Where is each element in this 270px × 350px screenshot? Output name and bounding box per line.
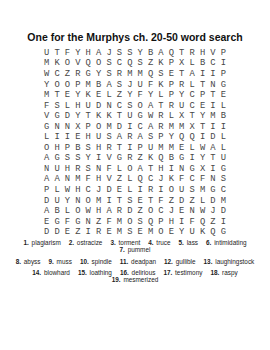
word-number: 15. [78, 269, 87, 276]
grid-cell: S [125, 227, 135, 238]
grid-cell: Z [93, 217, 103, 228]
grid-cell: M [93, 196, 103, 207]
grid-cell: D [62, 111, 72, 122]
grid-cell: B [166, 153, 176, 164]
grid-cell: D [177, 196, 187, 207]
grid-cell: Y [83, 153, 93, 164]
grid-cell: B [73, 143, 83, 154]
grid-cell: G [135, 111, 145, 122]
grid-cell: I [62, 132, 72, 143]
word-text: deadpan [129, 258, 156, 265]
grid-cell: L [218, 132, 228, 143]
grid-cell: H [93, 143, 103, 154]
word-list-item: 10. spindle [80, 258, 112, 265]
grid-cell: L [187, 143, 197, 154]
grid-cell: X [197, 164, 207, 175]
word-list-item: 3. torment [110, 239, 140, 246]
grid-cell: E [93, 90, 103, 101]
grid-cell: G [52, 111, 62, 122]
grid-cell: E [218, 90, 228, 101]
grid-cell: N [52, 122, 62, 133]
grid-cell: A [156, 48, 166, 59]
grid-cell: C [208, 59, 218, 70]
word-list-line: 8. abyss9. muss10. spindle11. deadpan12.… [8, 258, 262, 265]
grid-cell: F [145, 80, 155, 91]
grid-cell: B [93, 80, 103, 91]
word-text: plagiarism [30, 239, 61, 246]
grid-cell: C [187, 90, 197, 101]
word-number: 16. [120, 269, 129, 276]
grid-cell: J [93, 185, 103, 196]
grid-cell: J [166, 206, 176, 217]
grid-cell: S [114, 80, 124, 91]
grid-cell: S [125, 101, 135, 112]
word-text: lass [185, 239, 198, 246]
grid-cell: E [135, 227, 145, 238]
grid-cell: O [62, 59, 72, 70]
grid-cell: Z [166, 196, 176, 207]
grid-cell: H [73, 101, 83, 112]
grid-cell: K [156, 80, 166, 91]
word-list-item: 14. blowhard [32, 269, 70, 276]
grid-cell: S [83, 164, 93, 175]
word-list-item: 4. truce [148, 239, 170, 246]
grid-cell: E [166, 227, 176, 238]
grid-cell: E [104, 227, 114, 238]
grid-cell: J [104, 48, 114, 59]
grid-cell: C [135, 122, 145, 133]
word-text: testimony [173, 269, 202, 276]
grid-cell: H [197, 48, 207, 59]
grid-cell: T [114, 143, 124, 154]
grid-cell: I [93, 153, 103, 164]
grid-cell: Y [73, 48, 83, 59]
word-number: 19. [112, 276, 121, 283]
word-number: 8. [16, 258, 21, 265]
grid-cell: V [104, 175, 114, 186]
grid-cell: F [41, 101, 51, 112]
grid-cell: A [187, 69, 197, 80]
grid-cell: Q [187, 132, 197, 143]
grid-cell: Z [73, 227, 83, 238]
grid-cell: Z [135, 206, 145, 217]
grid-cell: O [145, 206, 155, 217]
grid-cell: P [83, 122, 93, 133]
grid-cell: J [156, 175, 166, 186]
grid-cell: H [73, 185, 83, 196]
grid-cell: X [187, 122, 197, 133]
grid-cell: P [135, 143, 145, 154]
grid-cell: F [156, 196, 166, 207]
grid-cell: K [145, 153, 155, 164]
word-number: 1. [23, 239, 28, 246]
grid-cell: A [41, 153, 51, 164]
grid-cell: M [197, 185, 207, 196]
grid-cell: I [187, 153, 197, 164]
grid-cell: V [104, 153, 114, 164]
grid-cell: A [41, 175, 51, 186]
grid-cell: R [73, 69, 83, 80]
grid-cell: O [166, 185, 176, 196]
grid-cell: K [166, 175, 176, 186]
grid-cell: W [197, 143, 207, 154]
grid-cell: R [177, 80, 187, 91]
grid-cell: O [135, 101, 145, 112]
grid-cell: T [187, 111, 197, 122]
grid-cell: X [177, 59, 187, 70]
grid-cell: L [62, 206, 72, 217]
grid-cell: I [208, 164, 218, 175]
grid-cell: U [52, 164, 62, 175]
grid-cell: Y [41, 80, 51, 91]
word-text: torment [117, 239, 140, 246]
grid-cell: X [73, 122, 83, 133]
grid-cell: Z [208, 217, 218, 228]
grid-cell: J [208, 206, 218, 217]
word-number: 11. [120, 258, 129, 265]
grid-cell: F [197, 175, 207, 186]
grid-cell: R [145, 185, 155, 196]
grid-cell: P [197, 90, 207, 101]
grid-cell: S [145, 132, 155, 143]
grid-cell: B [197, 59, 207, 70]
grid-cell: Y [166, 132, 176, 143]
word-text: gullible [174, 258, 196, 265]
grid-cell: R [93, 227, 103, 238]
grid-cell: W [145, 111, 155, 122]
grid-cell: D [208, 196, 218, 207]
grid-cell: O [83, 196, 93, 207]
grid-cell: T [177, 69, 187, 80]
grid-cell: E [177, 143, 187, 154]
grid-cell: S [83, 143, 93, 154]
grid-cell: V [41, 111, 51, 122]
grid-cell: M [177, 122, 187, 133]
grid-cell: C [114, 101, 124, 112]
word-list-item: 13. laughingstock [204, 258, 255, 265]
grid-cell: P [166, 90, 176, 101]
grid-cell: N [104, 101, 114, 112]
grid-cell: E [73, 132, 83, 143]
grid-cell: M [145, 227, 155, 238]
grid-cell: M [156, 143, 166, 154]
grid-cell: P [218, 69, 228, 80]
grid-cell: S [104, 132, 114, 143]
word-list-item: 15. loathing [78, 269, 112, 276]
grid-cell: Q [125, 59, 135, 70]
grid-cell: T [197, 122, 207, 133]
grid-cell: E [41, 217, 51, 228]
grid-cell: F [62, 48, 72, 59]
grid-cell: K [156, 59, 166, 70]
grid-cell: C [187, 175, 197, 186]
word-text: intimidating [212, 239, 246, 246]
grid-cell: S [62, 153, 72, 164]
grid-cell: R [156, 122, 166, 133]
word-text: muss [55, 258, 72, 265]
grid-cell: A [135, 132, 145, 143]
grid-cell: U [135, 80, 145, 91]
grid-cell: W [197, 206, 207, 217]
grid-cell: I [177, 217, 187, 228]
grid-cell: I [218, 217, 228, 228]
grid-cell: F [177, 175, 187, 186]
grid-cell: N [93, 164, 103, 175]
grid-cell: E [197, 101, 207, 112]
grid-cell: U [83, 101, 93, 112]
grid-cell: F [135, 90, 145, 101]
grid-cell: W [62, 185, 72, 196]
grid-cell: T [156, 101, 166, 112]
grid-cell: U [177, 185, 187, 196]
grid-cell: F [187, 217, 197, 228]
grid-cell: P [41, 185, 51, 196]
grid-cell: I [197, 69, 207, 80]
grid-cell: S [135, 217, 145, 228]
grid-cell: L [187, 59, 197, 70]
grid-cell: P [156, 217, 166, 228]
grid-cell: D [52, 227, 62, 238]
grid-cell: N [177, 164, 187, 175]
grid-cell: Q [197, 217, 207, 228]
grid-cell: Y [93, 69, 103, 80]
grid-cell: Q [208, 227, 218, 238]
word-text: abyss [22, 258, 40, 265]
word-list: 1. plagiarism2. ostracize3. torment4. tr… [8, 239, 262, 288]
grid-cell: Q [145, 217, 155, 228]
grid-cell: M [114, 217, 124, 228]
grid-cell: S [104, 59, 114, 70]
grid-cell: S [218, 175, 228, 186]
grid-cell: P [218, 48, 228, 59]
grid-cell: C [145, 175, 155, 186]
grid-cell: H [83, 48, 93, 59]
grid-cell: N [62, 122, 72, 133]
grid-cell: Q [145, 69, 155, 80]
grid-cell: X [177, 111, 187, 122]
grid-cell: R [125, 132, 135, 143]
grid-cell: Q [166, 48, 176, 59]
grid-cell: U [41, 48, 51, 59]
grid-cell: R [73, 164, 83, 175]
puzzle-title: One for the Murphys ch. 20-50 word searc… [0, 0, 270, 43]
word-search-grid: UTFYHAJSSYBAQTRHVPMKOVQOSCQSZKPXLBCIWCZR… [41, 48, 228, 238]
word-number: 12. [164, 258, 173, 265]
grid-cell: I [125, 122, 135, 133]
grid-cell: H [93, 175, 103, 186]
grid-cell: I [135, 185, 145, 196]
grid-cell: O [125, 164, 135, 175]
grid-cell: W [41, 69, 51, 80]
word-list-item: 19. mesmerized [112, 276, 158, 283]
word-number: 5. [179, 239, 184, 246]
grid-cell: M [41, 90, 51, 101]
grid-cell: B [52, 206, 62, 217]
grid-cell: Y [197, 153, 207, 164]
grid-cell: M [125, 69, 135, 80]
grid-cell: V [73, 59, 83, 70]
grid-cell: A [104, 206, 114, 217]
grid-cell: L [62, 101, 72, 112]
grid-cell: S [104, 69, 114, 80]
grid-cell: L [197, 196, 207, 207]
grid-cell: Y [62, 196, 72, 207]
grid-cell: H [52, 143, 62, 154]
grid-cell: W [83, 206, 93, 217]
grid-cell: Y [145, 90, 155, 101]
word-list-item: 16. delirious [120, 269, 155, 276]
grid-cell: Q [83, 59, 93, 70]
grid-cell: S [187, 185, 197, 196]
grid-cell: T [145, 196, 155, 207]
grid-cell: M [114, 227, 124, 238]
grid-cell: K [93, 111, 103, 122]
grid-cell: D [41, 196, 51, 207]
grid-cell: U [145, 143, 155, 154]
grid-cell: R [187, 48, 197, 59]
grid-cell: M [166, 122, 176, 133]
grid-cell: I [52, 132, 62, 143]
grid-cell: D [104, 185, 114, 196]
grid-cell: O [156, 227, 166, 238]
grid-cell: O [93, 122, 103, 133]
grid-cell: C [52, 69, 62, 80]
grid-cell: Z [114, 175, 124, 186]
grid-cell: P [166, 59, 176, 70]
grid-cell: L [125, 175, 135, 186]
grid-cell: T [114, 111, 124, 122]
grid-cell: D [41, 227, 51, 238]
grid-cell: R [125, 153, 135, 164]
grid-cell: S [73, 153, 83, 164]
grid-cell: H [93, 206, 103, 217]
grid-cell: L [41, 132, 51, 143]
grid-cell: N [73, 196, 83, 207]
grid-cell: Z [187, 196, 197, 207]
grid-cell: G [52, 153, 62, 164]
word-text: spindle [90, 258, 112, 265]
grid-cell: A [104, 80, 114, 91]
grid-cell: S [125, 196, 135, 207]
grid-cell: L [125, 185, 135, 196]
grid-cell: M [83, 80, 93, 91]
grid-cell: I [104, 196, 114, 207]
grid-cell: N [83, 217, 93, 228]
grid-cell: B [145, 48, 155, 59]
grid-cell: Y [73, 111, 83, 122]
grid-cell: T [177, 48, 187, 59]
grid-cell: T [83, 111, 93, 122]
grid-cell: L [166, 111, 176, 122]
grid-cell: N [62, 175, 72, 186]
grid-cell: N [208, 175, 218, 186]
word-list-item: 11. deadpan [120, 258, 156, 265]
grid-cell: A [93, 48, 103, 59]
grid-cell: T [208, 90, 218, 101]
grid-cell: I [156, 185, 166, 196]
word-number: 18. [210, 269, 219, 276]
grid-cell: H [156, 164, 166, 175]
word-number: 17. [163, 269, 172, 276]
word-text: raspy [220, 269, 237, 276]
grid-cell: R [114, 206, 124, 217]
grid-cell: T [208, 153, 218, 164]
word-text: pummel [126, 246, 151, 253]
word-list-item: 8. abyss [16, 258, 41, 265]
word-number: 9. [49, 258, 54, 265]
word-number: 4. [148, 239, 153, 246]
grid-cell: K [83, 90, 93, 101]
word-text: ostracize [75, 239, 102, 246]
grid-cell: O [93, 59, 103, 70]
grid-cell: C [156, 206, 166, 217]
grid-cell: E [135, 196, 145, 207]
grid-cell: S [156, 69, 166, 80]
grid-cell: U [218, 153, 228, 164]
grid-cell: G [52, 217, 62, 228]
grid-cell: T [197, 80, 207, 91]
grid-cell: I [197, 132, 207, 143]
grid-cell: C [187, 101, 197, 112]
grid-cell: I [218, 59, 228, 70]
grid-cell: P [62, 143, 72, 154]
word-list-item: 7. pummel [120, 246, 151, 253]
grid-cell: I [218, 122, 228, 133]
word-list-item: 6. intimidating [206, 239, 246, 246]
grid-cell: I [166, 164, 176, 175]
grid-cell: L [187, 80, 197, 91]
grid-cell: I [208, 122, 218, 133]
grid-cell: D [125, 206, 135, 217]
word-text: truce [155, 239, 171, 246]
grid-cell: P [156, 132, 166, 143]
word-text: laughingstock [213, 258, 254, 265]
grid-cell: Y [73, 90, 83, 101]
word-list-item: 5. lass [179, 239, 198, 246]
grid-cell: J [125, 80, 135, 91]
grid-cell: R [114, 69, 124, 80]
grid-cell: O [52, 80, 62, 91]
word-list-line: 1. plagiarism2. ostracize3. torment4. tr… [8, 239, 262, 253]
word-number: 3. [110, 239, 115, 246]
grid-cell: L [218, 101, 228, 112]
word-text: delirious [130, 269, 156, 276]
grid-cell: N [187, 206, 197, 217]
grid-cell: L [156, 90, 166, 101]
grid-cell: T [114, 196, 124, 207]
grid-cell: M [135, 69, 145, 80]
grid-cell: E [166, 69, 176, 80]
word-number: 10. [80, 258, 89, 265]
grid-cell: O [41, 143, 51, 154]
grid-cell: G [208, 185, 218, 196]
grid-cell: G [114, 153, 124, 164]
grid-cell: M [41, 59, 51, 70]
grid-cell: Y [177, 227, 187, 238]
grid-cell: R [166, 101, 176, 112]
grid-cell: G [218, 227, 228, 238]
grid-cell: H [83, 132, 93, 143]
grid-cell: E [177, 206, 187, 217]
grid-cell: Q [156, 153, 166, 164]
grid-cell: R [104, 143, 114, 154]
word-list-item: 17. testimony [163, 269, 202, 276]
grid-cell: Y [125, 90, 135, 101]
word-list-line: 14. blowhard15. loathing16. delirious17.… [8, 269, 262, 283]
grid-cell: N [208, 80, 218, 91]
grid-cell: Z [145, 59, 155, 70]
grid-cell: M [73, 175, 83, 186]
